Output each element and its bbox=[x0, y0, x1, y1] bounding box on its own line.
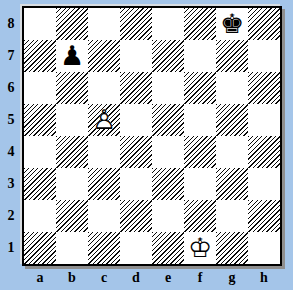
square-b5[interactable] bbox=[56, 104, 88, 136]
black-pawn-piece[interactable]: ♟ bbox=[56, 40, 88, 72]
black-king-piece[interactable]: ♚ bbox=[216, 8, 248, 40]
rank-label-1: 1 bbox=[0, 232, 22, 264]
square-d5[interactable] bbox=[120, 104, 152, 136]
board: ♚♟♟♙♚♔ bbox=[24, 8, 280, 264]
square-b1[interactable] bbox=[56, 232, 88, 264]
board-frame: ♚♟♟♙♚♔ bbox=[22, 6, 282, 266]
rank-label-5: 5 bbox=[0, 104, 22, 136]
white-pawn-glyph: ♙ bbox=[88, 104, 120, 136]
square-g2[interactable] bbox=[216, 200, 248, 232]
file-label-g: g bbox=[216, 268, 248, 288]
square-c4[interactable] bbox=[88, 136, 120, 168]
square-a8[interactable] bbox=[24, 8, 56, 40]
square-b4[interactable] bbox=[56, 136, 88, 168]
white-pawn-piece[interactable]: ♟♙ bbox=[88, 104, 120, 136]
square-g6[interactable] bbox=[216, 72, 248, 104]
square-e2[interactable] bbox=[152, 200, 184, 232]
square-a3[interactable] bbox=[24, 168, 56, 200]
square-d6[interactable] bbox=[120, 72, 152, 104]
square-e7[interactable] bbox=[152, 40, 184, 72]
rank-label-4: 4 bbox=[0, 136, 22, 168]
square-h8[interactable] bbox=[248, 8, 280, 40]
square-b2[interactable] bbox=[56, 200, 88, 232]
white-king-piece[interactable]: ♚♔ bbox=[184, 232, 216, 264]
square-b7[interactable]: ♟ bbox=[56, 40, 88, 72]
square-f8[interactable] bbox=[184, 8, 216, 40]
square-g4[interactable] bbox=[216, 136, 248, 168]
square-a4[interactable] bbox=[24, 136, 56, 168]
square-e8[interactable] bbox=[152, 8, 184, 40]
square-f5[interactable] bbox=[184, 104, 216, 136]
square-c1[interactable] bbox=[88, 232, 120, 264]
square-f6[interactable] bbox=[184, 72, 216, 104]
square-b8[interactable] bbox=[56, 8, 88, 40]
square-g1[interactable] bbox=[216, 232, 248, 264]
square-h3[interactable] bbox=[248, 168, 280, 200]
chess-diagram: 87654321 ♚♟♟♙♚♔ abcdefgh bbox=[0, 0, 293, 290]
square-c6[interactable] bbox=[88, 72, 120, 104]
square-d7[interactable] bbox=[120, 40, 152, 72]
square-f7[interactable] bbox=[184, 40, 216, 72]
square-c3[interactable] bbox=[88, 168, 120, 200]
square-g5[interactable] bbox=[216, 104, 248, 136]
square-b6[interactable] bbox=[56, 72, 88, 104]
square-e5[interactable] bbox=[152, 104, 184, 136]
square-a5[interactable] bbox=[24, 104, 56, 136]
square-e4[interactable] bbox=[152, 136, 184, 168]
square-g8[interactable]: ♚ bbox=[216, 8, 248, 40]
white-king-glyph: ♔ bbox=[184, 232, 216, 264]
file-label-e: e bbox=[152, 268, 184, 288]
square-f1[interactable]: ♚♔ bbox=[184, 232, 216, 264]
square-d2[interactable] bbox=[120, 200, 152, 232]
file-label-d: d bbox=[120, 268, 152, 288]
square-g3[interactable] bbox=[216, 168, 248, 200]
rank-label-2: 2 bbox=[0, 200, 22, 232]
square-h7[interactable] bbox=[248, 40, 280, 72]
file-label-b: b bbox=[56, 268, 88, 288]
square-d3[interactable] bbox=[120, 168, 152, 200]
square-d4[interactable] bbox=[120, 136, 152, 168]
file-label-a: a bbox=[24, 268, 56, 288]
file-label-f: f bbox=[184, 268, 216, 288]
file-label-h: h bbox=[248, 268, 280, 288]
square-h4[interactable] bbox=[248, 136, 280, 168]
square-d1[interactable] bbox=[120, 232, 152, 264]
square-b3[interactable] bbox=[56, 168, 88, 200]
square-e6[interactable] bbox=[152, 72, 184, 104]
rank-label-8: 8 bbox=[0, 8, 22, 40]
rank-label-6: 6 bbox=[0, 72, 22, 104]
square-h6[interactable] bbox=[248, 72, 280, 104]
file-label-c: c bbox=[88, 268, 120, 288]
square-c5[interactable]: ♟♙ bbox=[88, 104, 120, 136]
square-f3[interactable] bbox=[184, 168, 216, 200]
square-a1[interactable] bbox=[24, 232, 56, 264]
rank-label-3: 3 bbox=[0, 168, 22, 200]
square-a7[interactable] bbox=[24, 40, 56, 72]
square-e1[interactable] bbox=[152, 232, 184, 264]
square-c8[interactable] bbox=[88, 8, 120, 40]
square-c7[interactable] bbox=[88, 40, 120, 72]
square-a6[interactable] bbox=[24, 72, 56, 104]
file-labels: abcdefgh bbox=[24, 268, 280, 288]
rank-label-7: 7 bbox=[0, 40, 22, 72]
square-h2[interactable] bbox=[248, 200, 280, 232]
square-a2[interactable] bbox=[24, 200, 56, 232]
square-c2[interactable] bbox=[88, 200, 120, 232]
square-g7[interactable] bbox=[216, 40, 248, 72]
rank-labels: 87654321 bbox=[0, 8, 22, 264]
square-f4[interactable] bbox=[184, 136, 216, 168]
square-h5[interactable] bbox=[248, 104, 280, 136]
square-d8[interactable] bbox=[120, 8, 152, 40]
square-h1[interactable] bbox=[248, 232, 280, 264]
square-f2[interactable] bbox=[184, 200, 216, 232]
square-e3[interactable] bbox=[152, 168, 184, 200]
